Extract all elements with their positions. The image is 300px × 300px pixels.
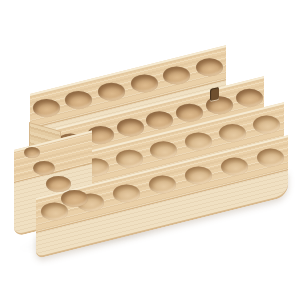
pit-r3-7[interactable] xyxy=(253,115,280,133)
pit-r3-5[interactable] xyxy=(185,133,212,151)
pit-r4-4[interactable] xyxy=(149,176,176,194)
pit-r1-2[interactable] xyxy=(65,91,92,109)
pit-r1-6[interactable] xyxy=(196,58,223,76)
pit-r2-4[interactable] xyxy=(146,111,173,129)
tool-slot[interactable] xyxy=(210,87,219,101)
pit-r4-7[interactable] xyxy=(257,149,284,167)
side-pit-1[interactable] xyxy=(24,147,40,158)
pit-r2-5[interactable] xyxy=(176,104,203,122)
pit-r2-3[interactable] xyxy=(117,118,144,136)
pit-r1-4[interactable] xyxy=(131,74,158,92)
side-pit-4[interactable] xyxy=(61,190,88,207)
pit-r3-6[interactable] xyxy=(219,124,246,142)
pit-r4-3[interactable] xyxy=(113,185,140,203)
side-pit-3[interactable] xyxy=(46,176,71,192)
pit-r2-7[interactable] xyxy=(236,89,263,107)
side-pit-2[interactable] xyxy=(33,161,55,175)
pit-r4-5[interactable] xyxy=(185,167,212,185)
pit-r4-1[interactable] xyxy=(41,203,68,221)
pit-r3-3[interactable] xyxy=(116,150,143,168)
pit-r3-4[interactable] xyxy=(150,141,177,159)
product-photo xyxy=(0,0,300,300)
pit-r1-3[interactable] xyxy=(98,83,125,101)
pit-r1-1[interactable] xyxy=(33,99,60,117)
pit-r4-6[interactable] xyxy=(221,158,248,176)
pit-r1-5[interactable] xyxy=(163,66,190,84)
